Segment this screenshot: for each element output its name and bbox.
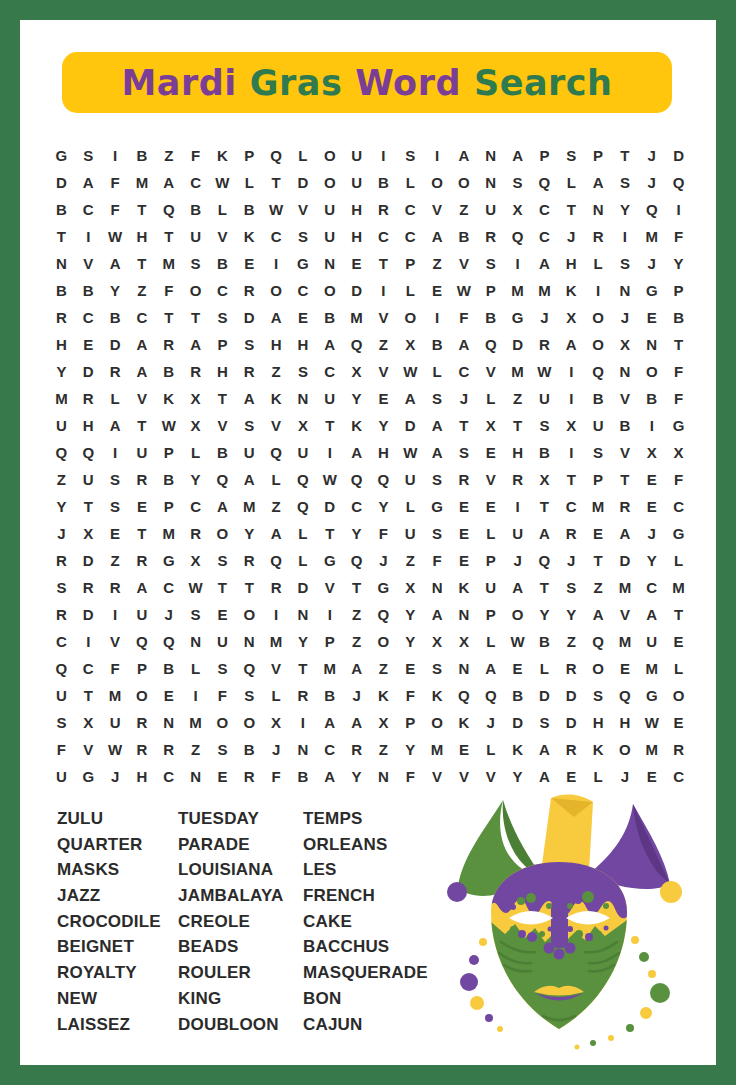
grid-cell[interactable]: U: [129, 439, 156, 466]
grid-cell[interactable]: T: [370, 250, 397, 277]
grid-cell[interactable]: D: [558, 709, 585, 736]
grid-cell[interactable]: S: [75, 142, 102, 169]
grid-cell[interactable]: X: [504, 196, 531, 223]
grid-cell[interactable]: Y: [48, 358, 75, 385]
grid-cell[interactable]: V: [477, 763, 504, 790]
grid-cell[interactable]: T: [665, 601, 692, 628]
grid-cell[interactable]: F: [451, 304, 478, 331]
grid-cell[interactable]: A: [504, 142, 531, 169]
grid-cell[interactable]: N: [585, 196, 612, 223]
grid-cell[interactable]: K: [585, 736, 612, 763]
grid-cell[interactable]: J: [102, 763, 129, 790]
grid-cell[interactable]: H: [290, 331, 317, 358]
grid-cell[interactable]: R: [504, 466, 531, 493]
grid-cell[interactable]: Q: [665, 169, 692, 196]
grid-cell[interactable]: N: [182, 763, 209, 790]
grid-cell[interactable]: F: [102, 655, 129, 682]
grid-cell[interactable]: B: [665, 304, 692, 331]
grid-cell[interactable]: O: [585, 304, 612, 331]
grid-cell[interactable]: F: [48, 736, 75, 763]
grid-cell[interactable]: L: [558, 169, 585, 196]
grid-cell[interactable]: F: [397, 763, 424, 790]
grid-cell[interactable]: X: [424, 628, 451, 655]
grid-cell[interactable]: Y: [290, 628, 317, 655]
grid-cell[interactable]: R: [585, 223, 612, 250]
grid-cell[interactable]: Z: [263, 358, 290, 385]
grid-cell[interactable]: W: [397, 439, 424, 466]
grid-cell[interactable]: Z: [129, 277, 156, 304]
grid-cell[interactable]: D: [290, 169, 317, 196]
grid-cell[interactable]: M: [48, 385, 75, 412]
grid-cell[interactable]: X: [397, 574, 424, 601]
grid-cell[interactable]: I: [612, 223, 639, 250]
grid-cell[interactable]: Z: [102, 547, 129, 574]
grid-cell[interactable]: W: [263, 196, 290, 223]
grid-cell[interactable]: S: [558, 574, 585, 601]
grid-cell[interactable]: T: [316, 412, 343, 439]
grid-cell[interactable]: K: [451, 709, 478, 736]
grid-cell[interactable]: V: [424, 196, 451, 223]
grid-cell[interactable]: V: [370, 358, 397, 385]
grid-cell[interactable]: R: [48, 304, 75, 331]
grid-cell[interactable]: S: [424, 466, 451, 493]
grid-cell[interactable]: J: [263, 736, 290, 763]
grid-cell[interactable]: E: [451, 736, 478, 763]
grid-cell[interactable]: C: [290, 277, 317, 304]
grid-cell[interactable]: X: [370, 709, 397, 736]
grid-cell[interactable]: A: [451, 142, 478, 169]
grid-cell[interactable]: X: [558, 304, 585, 331]
grid-cell[interactable]: B: [451, 223, 478, 250]
grid-cell[interactable]: M: [102, 682, 129, 709]
grid-cell[interactable]: G: [638, 682, 665, 709]
grid-cell[interactable]: I: [75, 628, 102, 655]
grid-cell[interactable]: U: [316, 196, 343, 223]
grid-cell[interactable]: R: [531, 331, 558, 358]
grid-cell[interactable]: A: [424, 439, 451, 466]
grid-cell[interactable]: U: [48, 763, 75, 790]
grid-cell[interactable]: M: [504, 358, 531, 385]
grid-cell[interactable]: B: [155, 655, 182, 682]
grid-cell[interactable]: Q: [75, 439, 102, 466]
grid-cell[interactable]: W: [102, 736, 129, 763]
grid-cell[interactable]: I: [558, 439, 585, 466]
grid-cell[interactable]: T: [558, 196, 585, 223]
grid-cell[interactable]: Q: [48, 439, 75, 466]
grid-cell[interactable]: E: [585, 520, 612, 547]
grid-cell[interactable]: R: [129, 547, 156, 574]
grid-cell[interactable]: C: [451, 358, 478, 385]
grid-cell[interactable]: D: [75, 547, 102, 574]
grid-cell[interactable]: B: [585, 385, 612, 412]
grid-cell[interactable]: D: [48, 169, 75, 196]
grid-cell[interactable]: A: [102, 412, 129, 439]
grid-cell[interactable]: H: [504, 439, 531, 466]
grid-cell[interactable]: P: [531, 142, 558, 169]
grid-cell[interactable]: L: [182, 655, 209, 682]
grid-cell[interactable]: J: [638, 250, 665, 277]
grid-cell[interactable]: Q: [612, 682, 639, 709]
grid-cell[interactable]: T: [316, 520, 343, 547]
grid-cell[interactable]: V: [612, 439, 639, 466]
grid-cell[interactable]: G: [316, 547, 343, 574]
grid-cell[interactable]: Q: [48, 655, 75, 682]
grid-cell[interactable]: T: [48, 223, 75, 250]
grid-cell[interactable]: T: [531, 574, 558, 601]
grid-cell[interactable]: D: [75, 601, 102, 628]
grid-cell[interactable]: N: [424, 574, 451, 601]
grid-cell[interactable]: N: [638, 331, 665, 358]
grid-cell[interactable]: I: [638, 412, 665, 439]
grid-cell[interactable]: F: [397, 682, 424, 709]
grid-cell[interactable]: J: [558, 547, 585, 574]
grid-cell[interactable]: J: [155, 601, 182, 628]
grid-cell[interactable]: A: [638, 601, 665, 628]
grid-cell[interactable]: A: [75, 169, 102, 196]
grid-cell[interactable]: K: [424, 682, 451, 709]
grid-cell[interactable]: I: [370, 142, 397, 169]
grid-cell[interactable]: X: [343, 358, 370, 385]
grid-cell[interactable]: Y: [558, 601, 585, 628]
grid-cell[interactable]: P: [585, 466, 612, 493]
grid-cell[interactable]: M: [585, 493, 612, 520]
grid-cell[interactable]: T: [558, 466, 585, 493]
grid-cell[interactable]: K: [558, 277, 585, 304]
grid-cell[interactable]: A: [209, 493, 236, 520]
grid-cell[interactable]: R: [75, 574, 102, 601]
grid-cell[interactable]: G: [424, 493, 451, 520]
grid-cell[interactable]: I: [316, 601, 343, 628]
grid-cell[interactable]: D: [316, 493, 343, 520]
grid-cell[interactable]: B: [209, 250, 236, 277]
grid-cell[interactable]: G: [290, 250, 317, 277]
grid-cell[interactable]: T: [343, 574, 370, 601]
grid-cell[interactable]: B: [370, 169, 397, 196]
grid-cell[interactable]: E: [477, 439, 504, 466]
grid-cell[interactable]: Q: [585, 628, 612, 655]
grid-cell[interactable]: A: [129, 358, 156, 385]
grid-cell[interactable]: Y: [397, 628, 424, 655]
grid-cell[interactable]: G: [370, 574, 397, 601]
grid-cell[interactable]: C: [48, 628, 75, 655]
grid-cell[interactable]: S: [290, 223, 317, 250]
grid-cell[interactable]: H: [75, 412, 102, 439]
grid-cell[interactable]: O: [209, 709, 236, 736]
grid-cell[interactable]: E: [665, 628, 692, 655]
grid-cell[interactable]: U: [236, 439, 263, 466]
grid-cell[interactable]: F: [665, 358, 692, 385]
grid-cell[interactable]: A: [558, 331, 585, 358]
grid-cell[interactable]: E: [451, 493, 478, 520]
grid-cell[interactable]: H: [585, 709, 612, 736]
grid-cell[interactable]: P: [665, 277, 692, 304]
grid-cell[interactable]: V: [263, 412, 290, 439]
grid-cell[interactable]: H: [370, 439, 397, 466]
grid-cell[interactable]: Z: [48, 466, 75, 493]
grid-cell[interactable]: M: [638, 655, 665, 682]
grid-cell[interactable]: Z: [263, 493, 290, 520]
grid-cell[interactable]: P: [129, 655, 156, 682]
grid-cell[interactable]: O: [665, 682, 692, 709]
grid-cell[interactable]: R: [236, 358, 263, 385]
grid-cell[interactable]: L: [585, 763, 612, 790]
grid-cell[interactable]: T: [612, 142, 639, 169]
grid-cell[interactable]: O: [585, 655, 612, 682]
grid-cell[interactable]: S: [48, 709, 75, 736]
grid-cell[interactable]: F: [155, 277, 182, 304]
grid-cell[interactable]: S: [585, 682, 612, 709]
grid-cell[interactable]: A: [316, 709, 343, 736]
grid-cell[interactable]: R: [477, 223, 504, 250]
grid-cell[interactable]: D: [531, 682, 558, 709]
grid-cell[interactable]: M: [638, 736, 665, 763]
grid-cell[interactable]: A: [263, 304, 290, 331]
grid-cell[interactable]: T: [129, 412, 156, 439]
grid-cell[interactable]: I: [585, 277, 612, 304]
grid-cell[interactable]: T: [129, 196, 156, 223]
grid-cell[interactable]: S: [612, 250, 639, 277]
grid-cell[interactable]: U: [343, 142, 370, 169]
grid-cell[interactable]: I: [370, 277, 397, 304]
grid-cell[interactable]: X: [612, 331, 639, 358]
grid-cell[interactable]: I: [504, 250, 531, 277]
grid-cell[interactable]: D: [612, 547, 639, 574]
grid-cell[interactable]: W: [155, 412, 182, 439]
grid-cell[interactable]: Z: [585, 574, 612, 601]
grid-cell[interactable]: A: [316, 331, 343, 358]
grid-cell[interactable]: H: [209, 358, 236, 385]
grid-cell[interactable]: W: [316, 466, 343, 493]
grid-cell[interactable]: E: [290, 304, 317, 331]
grid-cell[interactable]: I: [558, 358, 585, 385]
grid-cell[interactable]: X: [397, 331, 424, 358]
grid-cell[interactable]: P: [477, 601, 504, 628]
grid-cell[interactable]: S: [504, 169, 531, 196]
grid-cell[interactable]: O: [638, 358, 665, 385]
grid-cell[interactable]: V: [370, 304, 397, 331]
grid-cell[interactable]: E: [558, 763, 585, 790]
grid-cell[interactable]: Z: [182, 736, 209, 763]
grid-cell[interactable]: S: [477, 250, 504, 277]
grid-cell[interactable]: O: [236, 709, 263, 736]
grid-cell[interactable]: M: [424, 736, 451, 763]
grid-cell[interactable]: R: [102, 358, 129, 385]
grid-cell[interactable]: E: [343, 250, 370, 277]
grid-cell[interactable]: A: [424, 601, 451, 628]
grid-cell[interactable]: F: [102, 196, 129, 223]
grid-cell[interactable]: L: [236, 169, 263, 196]
grid-cell[interactable]: B: [638, 385, 665, 412]
grid-cell[interactable]: Y: [370, 412, 397, 439]
grid-cell[interactable]: R: [665, 736, 692, 763]
grid-cell[interactable]: V: [290, 196, 317, 223]
grid-cell[interactable]: Z: [155, 142, 182, 169]
grid-cell[interactable]: Z: [397, 547, 424, 574]
grid-cell[interactable]: L: [397, 493, 424, 520]
grid-cell[interactable]: R: [236, 763, 263, 790]
grid-cell[interactable]: D: [236, 304, 263, 331]
grid-cell[interactable]: H: [129, 223, 156, 250]
grid-cell[interactable]: A: [612, 520, 639, 547]
grid-cell[interactable]: U: [397, 466, 424, 493]
grid-cell[interactable]: R: [182, 520, 209, 547]
grid-cell[interactable]: T: [531, 493, 558, 520]
grid-cell[interactable]: L: [477, 736, 504, 763]
grid-cell[interactable]: M: [343, 304, 370, 331]
grid-cell[interactable]: G: [155, 547, 182, 574]
grid-cell[interactable]: S: [558, 142, 585, 169]
grid-cell[interactable]: R: [129, 709, 156, 736]
grid-cell[interactable]: C: [155, 763, 182, 790]
grid-cell[interactable]: O: [316, 169, 343, 196]
grid-cell[interactable]: D: [290, 574, 317, 601]
grid-cell[interactable]: V: [102, 628, 129, 655]
grid-cell[interactable]: V: [263, 655, 290, 682]
grid-cell[interactable]: I: [182, 682, 209, 709]
grid-cell[interactable]: N: [612, 277, 639, 304]
grid-cell[interactable]: X: [638, 439, 665, 466]
grid-cell[interactable]: Z: [424, 250, 451, 277]
grid-cell[interactable]: L: [263, 466, 290, 493]
grid-cell[interactable]: M: [612, 574, 639, 601]
grid-cell[interactable]: Q: [236, 655, 263, 682]
grid-cell[interactable]: B: [531, 628, 558, 655]
grid-cell[interactable]: R: [612, 493, 639, 520]
grid-cell[interactable]: U: [75, 466, 102, 493]
grid-cell[interactable]: L: [665, 547, 692, 574]
grid-cell[interactable]: Q: [531, 169, 558, 196]
grid-cell[interactable]: C: [75, 196, 102, 223]
grid-cell[interactable]: A: [236, 466, 263, 493]
grid-cell[interactable]: S: [209, 547, 236, 574]
grid-cell[interactable]: S: [102, 466, 129, 493]
grid-cell[interactable]: L: [585, 250, 612, 277]
grid-cell[interactable]: E: [209, 763, 236, 790]
grid-cell[interactable]: M: [182, 709, 209, 736]
grid-cell[interactable]: A: [397, 385, 424, 412]
grid-cell[interactable]: B: [75, 277, 102, 304]
grid-cell[interactable]: B: [129, 142, 156, 169]
grid-cell[interactable]: A: [424, 412, 451, 439]
grid-cell[interactable]: P: [397, 250, 424, 277]
grid-cell[interactable]: T: [504, 412, 531, 439]
grid-cell[interactable]: Y: [612, 196, 639, 223]
grid-cell[interactable]: B: [102, 304, 129, 331]
grid-cell[interactable]: B: [155, 466, 182, 493]
grid-cell[interactable]: Q: [585, 358, 612, 385]
grid-cell[interactable]: E: [370, 385, 397, 412]
grid-cell[interactable]: B: [236, 196, 263, 223]
grid-cell[interactable]: J: [370, 547, 397, 574]
grid-cell[interactable]: L: [665, 655, 692, 682]
grid-cell[interactable]: E: [638, 763, 665, 790]
grid-cell[interactable]: S: [209, 736, 236, 763]
grid-cell[interactable]: I: [290, 709, 317, 736]
grid-cell[interactable]: L: [290, 520, 317, 547]
grid-cell[interactable]: F: [424, 547, 451, 574]
grid-cell[interactable]: M: [665, 574, 692, 601]
grid-cell[interactable]: E: [665, 709, 692, 736]
grid-cell[interactable]: Z: [370, 331, 397, 358]
grid-cell[interactable]: K: [155, 385, 182, 412]
grid-cell[interactable]: Q: [343, 331, 370, 358]
grid-cell[interactable]: J: [638, 520, 665, 547]
grid-cell[interactable]: K: [370, 682, 397, 709]
grid-cell[interactable]: T: [263, 169, 290, 196]
grid-cell[interactable]: B: [531, 439, 558, 466]
grid-cell[interactable]: A: [451, 331, 478, 358]
grid-cell[interactable]: Y: [531, 601, 558, 628]
grid-cell[interactable]: N: [316, 250, 343, 277]
grid-cell[interactable]: S: [531, 412, 558, 439]
grid-cell[interactable]: U: [477, 574, 504, 601]
grid-cell[interactable]: W: [451, 277, 478, 304]
grid-cell[interactable]: A: [236, 385, 263, 412]
grid-cell[interactable]: E: [451, 547, 478, 574]
grid-cell[interactable]: G: [504, 304, 531, 331]
grid-cell[interactable]: S: [236, 331, 263, 358]
grid-cell[interactable]: Q: [370, 601, 397, 628]
grid-cell[interactable]: B: [182, 196, 209, 223]
grid-cell[interactable]: Z: [343, 628, 370, 655]
grid-cell[interactable]: O: [585, 331, 612, 358]
grid-cell[interactable]: M: [129, 169, 156, 196]
grid-cell[interactable]: Q: [504, 223, 531, 250]
grid-cell[interactable]: E: [236, 250, 263, 277]
grid-cell[interactable]: I: [263, 250, 290, 277]
grid-cell[interactable]: P: [397, 709, 424, 736]
grid-cell[interactable]: U: [397, 520, 424, 547]
grid-cell[interactable]: R: [75, 385, 102, 412]
grid-cell[interactable]: B: [424, 331, 451, 358]
grid-cell[interactable]: G: [48, 142, 75, 169]
grid-cell[interactable]: Y: [638, 547, 665, 574]
grid-cell[interactable]: U: [290, 439, 317, 466]
grid-cell[interactable]: P: [585, 142, 612, 169]
grid-cell[interactable]: T: [75, 682, 102, 709]
grid-cell[interactable]: L: [290, 547, 317, 574]
grid-cell[interactable]: S: [424, 520, 451, 547]
grid-cell[interactable]: E: [451, 520, 478, 547]
grid-cell[interactable]: O: [424, 169, 451, 196]
grid-cell[interactable]: N: [48, 250, 75, 277]
grid-cell[interactable]: O: [316, 277, 343, 304]
grid-cell[interactable]: F: [182, 142, 209, 169]
grid-cell[interactable]: X: [263, 709, 290, 736]
grid-cell[interactable]: C: [75, 304, 102, 331]
grid-cell[interactable]: H: [558, 250, 585, 277]
grid-cell[interactable]: M: [638, 223, 665, 250]
grid-cell[interactable]: P: [316, 628, 343, 655]
grid-cell[interactable]: U: [531, 385, 558, 412]
grid-cell[interactable]: L: [102, 385, 129, 412]
grid-cell[interactable]: Q: [638, 196, 665, 223]
grid-cell[interactable]: U: [638, 628, 665, 655]
grid-cell[interactable]: U: [48, 682, 75, 709]
grid-cell[interactable]: A: [531, 250, 558, 277]
grid-cell[interactable]: Z: [370, 736, 397, 763]
grid-cell[interactable]: R: [48, 547, 75, 574]
grid-cell[interactable]: C: [397, 223, 424, 250]
grid-cell[interactable]: L: [397, 277, 424, 304]
grid-cell[interactable]: X: [182, 385, 209, 412]
grid-cell[interactable]: S: [451, 439, 478, 466]
grid-cell[interactable]: O: [451, 169, 478, 196]
grid-cell[interactable]: W: [638, 709, 665, 736]
grid-cell[interactable]: K: [343, 412, 370, 439]
grid-cell[interactable]: A: [424, 223, 451, 250]
grid-cell[interactable]: Y: [236, 520, 263, 547]
